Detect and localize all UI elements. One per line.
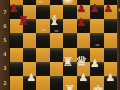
board-frame-left: 765432 — [0, 0, 10, 90]
square-h5[interactable] — [104, 33, 118, 47]
glare-streak — [40, 29, 47, 31]
square-c4[interactable] — [36, 48, 50, 62]
glare-highlight — [62, 0, 73, 4]
piece-white-pawn-f2[interactable]: ♟ — [73, 72, 93, 83]
square-h6[interactable] — [104, 19, 118, 33]
rank-label-left-4: 4 — [2, 51, 9, 57]
square-f5[interactable] — [77, 33, 91, 47]
square-b4[interactable] — [23, 48, 37, 62]
rank-label-right-7: 7 — [117, 8, 120, 14]
square-c5[interactable] — [36, 33, 50, 47]
piece-red-rook-b6[interactable]: ♜ — [13, 15, 33, 27]
glare-streak — [36, 1, 45, 3]
square-h4[interactable] — [104, 48, 118, 62]
square-g6[interactable] — [90, 19, 104, 33]
piece-white-rook-e1[interactable]: ♜ — [60, 84, 80, 90]
rank-label-left-6: 6 — [2, 23, 9, 29]
chessboard-photo: ♟♟♟♟♜♟♝♜♛♟♟♟♟♜♚ 765432 7 — [0, 0, 120, 90]
rank-label-left-5: 5 — [2, 37, 9, 43]
glare-streak — [53, 30, 60, 32]
board-frame-right: 7 — [117, 0, 120, 90]
piece-white-pawn-b2[interactable]: ♟ — [21, 72, 41, 83]
rank-label-left-2: 2 — [2, 80, 9, 86]
rank-label-left-7: 7 — [2, 9, 9, 15]
square-d5[interactable] — [50, 33, 64, 47]
square-b5[interactable] — [23, 33, 37, 47]
piece-white-bishop-d6[interactable]: ♝ — [44, 14, 64, 28]
square-a4[interactable] — [9, 48, 23, 62]
piece-red-pawn-h7[interactable]: ♟ — [98, 3, 118, 14]
rank-label-left-3: 3 — [2, 65, 9, 71]
piece-red-pawn-f6[interactable]: ♟ — [71, 17, 91, 28]
piece-white-pawn-g3[interactable]: ♟ — [85, 58, 105, 69]
square-a5[interactable] — [9, 33, 23, 47]
square-e5[interactable] — [63, 33, 77, 47]
glare-streak — [94, 44, 101, 46]
piece-white-king-g1[interactable]: ♚ — [88, 84, 108, 90]
